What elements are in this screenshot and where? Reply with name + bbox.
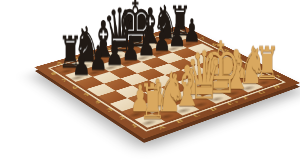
piece-black-pawn: ♟ <box>121 34 139 62</box>
board-scene: ABCDEFGH ABCDEFGH 87654321 87654321 ✦ ♜♞… <box>70 0 260 160</box>
product-photo-stage: ABCDEFGH ABCDEFGH 87654321 87654321 ✦ ♜♞… <box>0 0 300 160</box>
board-frame: ABCDEFGH ABCDEFGH 87654321 87654321 ✦ ♜♞… <box>34 25 300 139</box>
board-field: ♜♞♝♛♚♝♞♜♟♟♟♟♟♟♟♟♟♟♟♟♟♟♟♟♜♞♝♛♚♝♞♜ <box>55 32 279 128</box>
piece-black-pawn: ♟ <box>105 39 124 67</box>
piece-black-pawn: ♟ <box>72 48 91 77</box>
piece-white-rook: ♜ <box>139 81 166 122</box>
piece-black-pawn: ♟ <box>89 44 108 73</box>
chess-board: ABCDEFGH ABCDEFGH 87654321 87654321 ✦ ♜♞… <box>34 25 300 139</box>
